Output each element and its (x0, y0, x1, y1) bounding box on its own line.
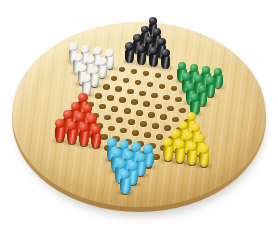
board-hole-r8c3[interactable] (107, 95, 114, 101)
peg-body (120, 177, 131, 194)
peg-head (149, 17, 157, 25)
board-hole-r10c7[interactable] (152, 123, 159, 129)
peg-head (112, 148, 122, 158)
peg-red[interactable] (66, 121, 78, 144)
board-hole-r7c7[interactable] (151, 93, 158, 99)
peg-body (67, 128, 77, 144)
peg-body (187, 149, 197, 165)
board-hole-r9c6[interactable] (148, 112, 155, 118)
peg-head (145, 36, 154, 44)
peg-head (137, 45, 146, 53)
board-hole-r11c6[interactable] (132, 130, 139, 136)
board-hole-r10c5[interactable] (128, 119, 135, 125)
peg-body (175, 147, 185, 163)
peg-head (125, 42, 134, 50)
peg-yellow[interactable] (198, 144, 210, 167)
peg-head (182, 72, 191, 81)
board-hole-r7c4[interactable] (115, 86, 122, 92)
peg-head (149, 47, 158, 55)
board-hole-r11c7[interactable] (144, 132, 151, 138)
board-hole-r5c5[interactable] (119, 67, 126, 72)
peg-black[interactable] (160, 49, 171, 69)
peg-body (161, 55, 170, 69)
peg-black[interactable] (124, 42, 135, 62)
peg-black[interactable] (148, 47, 159, 67)
peg-head (86, 55, 95, 64)
board-hole-r9c4[interactable] (124, 108, 131, 114)
peg-head (78, 64, 87, 73)
peg-red[interactable] (78, 123, 90, 146)
peg-red[interactable] (54, 119, 66, 142)
peg-body (91, 132, 101, 148)
board-hole-r9c3[interactable] (111, 106, 118, 112)
peg-black[interactable] (136, 45, 147, 65)
peg-blue[interactable] (119, 170, 132, 194)
board-hole-r8c5[interactable] (131, 99, 138, 105)
peg-head (67, 121, 77, 130)
board-hole-r8c4[interactable] (119, 97, 126, 103)
peg-head (116, 159, 126, 169)
peg-body (199, 151, 209, 167)
peg-head (206, 76, 215, 85)
peg-head (199, 144, 209, 153)
board-hole-r9c5[interactable] (136, 110, 143, 116)
peg-head (81, 45, 90, 53)
peg-head (153, 28, 161, 36)
board-hole-r7c3[interactable] (103, 84, 110, 90)
peg-head (161, 49, 170, 57)
board-hole-r7c5[interactable] (127, 89, 134, 95)
peg-body (163, 145, 173, 161)
board-hole-r8c2[interactable] (95, 93, 102, 99)
peg-head (178, 62, 187, 70)
board-hole-r10c6[interactable] (140, 121, 147, 127)
peg-red[interactable] (90, 125, 102, 148)
peg-head (74, 53, 83, 62)
peg-head (55, 119, 65, 128)
peg-yellow[interactable] (162, 138, 174, 161)
board-hole-r9c7[interactable] (160, 114, 167, 120)
peg-body (149, 53, 158, 67)
peg-body (55, 126, 65, 142)
peg-yellow[interactable] (186, 142, 198, 165)
peg-head (69, 42, 78, 50)
peg-head (194, 74, 203, 83)
peg-body (125, 49, 134, 63)
peg-head (157, 38, 166, 46)
photo-scene (0, 0, 278, 228)
board-hole-r10c4[interactable] (116, 117, 123, 123)
peg-head (98, 57, 107, 66)
peg-head (133, 34, 142, 42)
peg-body (79, 130, 89, 146)
peg-yellow[interactable] (174, 140, 186, 163)
board-hole-r7c6[interactable] (139, 91, 146, 97)
peg-body (137, 51, 146, 65)
